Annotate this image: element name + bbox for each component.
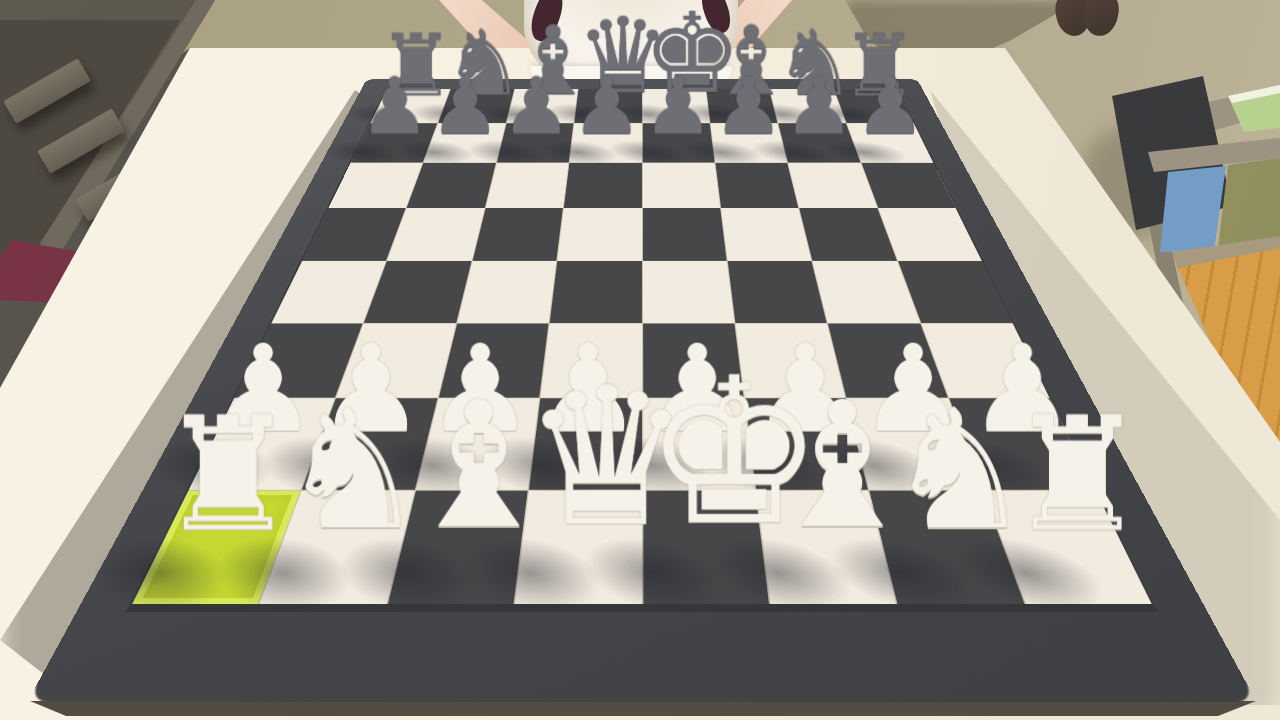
square-b1[interactable]: ♞ bbox=[260, 490, 414, 604]
square-c1[interactable]: ♝ bbox=[388, 490, 528, 604]
square-c4[interactable] bbox=[457, 261, 556, 323]
hair-bun bbox=[1080, 0, 1121, 39]
square-h6[interactable] bbox=[861, 163, 955, 208]
piece-white-knight-g1[interactable]: ♞ bbox=[885, 387, 1005, 553]
piece-black-pawn-b7[interactable]: ♟ bbox=[430, 67, 500, 146]
piece-white-queen-d1[interactable]: ♛ bbox=[521, 362, 641, 553]
piece-black-pawn-c7[interactable]: ♟ bbox=[501, 67, 571, 146]
square-a4[interactable] bbox=[272, 261, 387, 323]
square-h1[interactable]: ♜ bbox=[983, 490, 1151, 604]
square-f1[interactable]: ♝ bbox=[756, 490, 896, 604]
square-e4[interactable] bbox=[642, 261, 734, 323]
piece-white-rook-a1[interactable]: ♜ bbox=[158, 396, 278, 553]
piece-white-rook-h1[interactable]: ♜ bbox=[1006, 396, 1126, 553]
piece-black-pawn-e7[interactable]: ♟ bbox=[642, 67, 712, 146]
square-h4[interactable] bbox=[898, 261, 1013, 323]
square-e6[interactable] bbox=[642, 163, 720, 208]
square-c5[interactable] bbox=[472, 208, 563, 260]
piece-black-pawn-g7[interactable]: ♟ bbox=[784, 67, 854, 146]
square-f5[interactable] bbox=[721, 208, 812, 260]
square-a1[interactable]: ♜ bbox=[132, 490, 300, 604]
square-c6[interactable] bbox=[486, 163, 569, 208]
square-e5[interactable] bbox=[642, 208, 726, 260]
square-b4[interactable] bbox=[364, 261, 471, 323]
piece-white-knight-b1[interactable]: ♞ bbox=[279, 387, 399, 553]
square-d4[interactable] bbox=[550, 261, 642, 323]
piece-black-pawn-d7[interactable]: ♟ bbox=[572, 67, 642, 146]
scene: ♜♞♝♛♚♝♞♜♟♟♟♟♟♟♟♟♟♟♟♟♟♟♟♟♜♞♝♛♚♝♞♜ bbox=[0, 0, 1280, 720]
dark-hair-object bbox=[1056, 0, 1120, 38]
piece-white-bishop-f1[interactable]: ♝ bbox=[764, 379, 884, 553]
piece-black-pawn-a7[interactable]: ♟ bbox=[359, 67, 429, 146]
square-h7[interactable]: ♟ bbox=[846, 123, 932, 162]
square-b6[interactable] bbox=[407, 163, 496, 208]
square-d6[interactable] bbox=[564, 163, 642, 208]
piece-black-pawn-h7[interactable]: ♟ bbox=[855, 67, 925, 146]
piece-black-pawn-f7[interactable]: ♟ bbox=[713, 67, 783, 146]
square-f4[interactable] bbox=[728, 261, 827, 323]
square-g1[interactable]: ♞ bbox=[870, 490, 1024, 604]
square-d5[interactable] bbox=[557, 208, 641, 260]
square-f6[interactable] bbox=[715, 163, 798, 208]
piece-white-king-e1[interactable]: ♚ bbox=[643, 351, 763, 553]
square-g4[interactable] bbox=[813, 261, 920, 323]
square-d1[interactable]: ♛ bbox=[515, 490, 641, 604]
square-e1[interactable]: ♚ bbox=[643, 490, 769, 604]
piece-white-bishop-c1[interactable]: ♝ bbox=[400, 379, 520, 553]
